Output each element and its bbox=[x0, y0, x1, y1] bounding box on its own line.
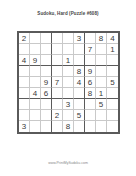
cell-r9c5: 8 bbox=[63, 121, 74, 132]
cell-r7c8: 5 bbox=[96, 99, 107, 110]
cell-r6c5 bbox=[63, 88, 74, 99]
cell-r3c9 bbox=[107, 55, 118, 66]
cell-r2c8 bbox=[96, 44, 107, 55]
cell-r9c3 bbox=[41, 121, 52, 132]
cell-r5c7: 6 bbox=[85, 77, 96, 88]
cell-r5c2 bbox=[30, 77, 41, 88]
cell-r7c3 bbox=[41, 99, 52, 110]
cell-r3c7 bbox=[85, 55, 96, 66]
cell-r8c8 bbox=[96, 110, 107, 121]
cell-r9c7 bbox=[85, 121, 96, 132]
cell-r7c1 bbox=[19, 99, 30, 110]
cell-r3c6 bbox=[74, 55, 85, 66]
cell-r4c9 bbox=[107, 66, 118, 77]
cell-r1c7 bbox=[85, 33, 96, 44]
cell-r6c4 bbox=[52, 88, 63, 99]
cell-r5c5 bbox=[63, 77, 74, 88]
cell-r5c1 bbox=[19, 77, 30, 88]
cell-r2c9: 1 bbox=[107, 44, 118, 55]
cell-r4c3 bbox=[41, 66, 52, 77]
cell-r5c9: 5 bbox=[107, 77, 118, 88]
cell-r9c8 bbox=[96, 121, 107, 132]
cell-r4c5 bbox=[63, 66, 74, 77]
cell-r6c7: 8 bbox=[85, 88, 96, 99]
cell-r2c4 bbox=[52, 44, 63, 55]
cell-r4c7: 9 bbox=[85, 66, 96, 77]
cell-r2c2 bbox=[30, 44, 41, 55]
cell-r9c9 bbox=[107, 121, 118, 132]
cell-r3c8 bbox=[96, 55, 107, 66]
cell-r4c1 bbox=[19, 66, 30, 77]
cell-r8c7 bbox=[85, 110, 96, 121]
cell-r1c1: 2 bbox=[19, 33, 30, 44]
cell-r5c4: 7 bbox=[52, 77, 63, 88]
cell-r1c6: 3 bbox=[74, 33, 85, 44]
cell-r9c6 bbox=[74, 121, 85, 132]
cell-r9c4 bbox=[52, 121, 63, 132]
cell-r4c4 bbox=[52, 66, 63, 77]
cell-r4c6: 8 bbox=[74, 66, 85, 77]
cell-r1c3 bbox=[41, 33, 52, 44]
cell-r7c7 bbox=[85, 99, 96, 110]
cell-r6c6 bbox=[74, 88, 85, 99]
cell-r6c3: 6 bbox=[41, 88, 52, 99]
cell-r6c1 bbox=[19, 88, 30, 99]
cell-r2c1 bbox=[19, 44, 30, 55]
cell-r6c8: 1 bbox=[96, 88, 107, 99]
cell-r8c2 bbox=[30, 110, 41, 121]
cell-r5c8 bbox=[96, 77, 107, 88]
cell-r2c7: 7 bbox=[85, 44, 96, 55]
cell-r9c2 bbox=[30, 121, 41, 132]
cell-r8c4: 2 bbox=[52, 110, 63, 121]
cell-r1c9: 4 bbox=[107, 33, 118, 44]
cell-r7c9 bbox=[107, 99, 118, 110]
cell-r7c5: 3 bbox=[63, 99, 74, 110]
cell-r5c6: 4 bbox=[74, 77, 85, 88]
cell-r2c5 bbox=[63, 44, 74, 55]
sudoku-page: Sudoku, Hard (Puzzle #608) 2384714918997… bbox=[0, 0, 136, 176]
cell-r6c9 bbox=[107, 88, 118, 99]
cell-r8c3 bbox=[41, 110, 52, 121]
cell-r1c4 bbox=[52, 33, 63, 44]
cell-r3c3 bbox=[41, 55, 52, 66]
cell-r2c6 bbox=[74, 44, 85, 55]
cell-r8c5 bbox=[63, 110, 74, 121]
sudoku-board: 23847149189974654681352538 bbox=[17, 31, 120, 134]
cell-r6c2: 4 bbox=[30, 88, 41, 99]
cell-r8c6: 5 bbox=[74, 110, 85, 121]
cell-r4c8 bbox=[96, 66, 107, 77]
cell-r3c1: 4 bbox=[19, 55, 30, 66]
cell-r4c2 bbox=[30, 66, 41, 77]
cell-r8c9 bbox=[107, 110, 118, 121]
cell-r1c5 bbox=[63, 33, 74, 44]
cell-r5c3: 9 bbox=[41, 77, 52, 88]
cell-r3c2: 9 bbox=[30, 55, 41, 66]
cell-r1c8: 8 bbox=[96, 33, 107, 44]
page-title: Sudoku, Hard (Puzzle #608) bbox=[0, 11, 136, 16]
cell-r9c1: 3 bbox=[19, 121, 30, 132]
cell-r1c2 bbox=[30, 33, 41, 44]
cell-r7c4 bbox=[52, 99, 63, 110]
cell-r3c4 bbox=[52, 55, 63, 66]
cell-r8c1 bbox=[19, 110, 30, 121]
cell-r7c6 bbox=[74, 99, 85, 110]
cell-r2c3 bbox=[41, 44, 52, 55]
cell-r3c5: 1 bbox=[63, 55, 74, 66]
cell-r7c2 bbox=[30, 99, 41, 110]
footer-url: www.PrintMySudoku.com bbox=[0, 161, 136, 165]
